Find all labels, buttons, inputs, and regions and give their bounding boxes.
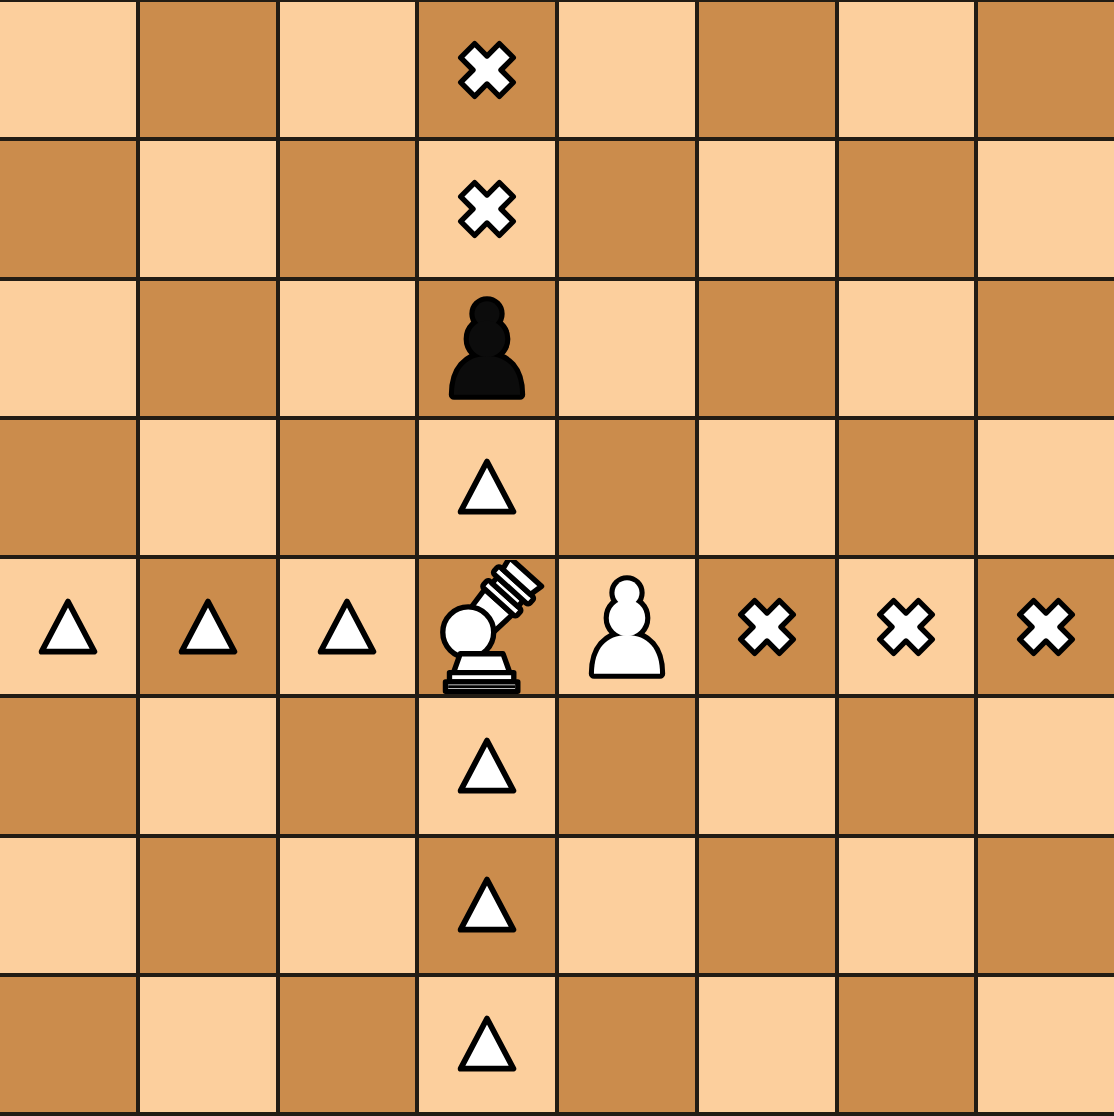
square-e6[interactable] [559,281,695,416]
move-marker-triangle-icon [443,1000,531,1088]
square-h1[interactable] [978,977,1114,1112]
square-b1[interactable] [140,977,276,1112]
square-g8[interactable] [839,2,975,137]
square-c6[interactable] [280,281,416,416]
square-a4[interactable] [0,559,136,694]
square-a5[interactable] [0,420,136,555]
square-d5[interactable] [419,420,555,555]
capture-marker-x-icon [729,589,805,665]
square-f6[interactable] [699,281,835,416]
white-pawn-piece [570,570,684,684]
square-c8[interactable] [280,2,416,137]
square-f5[interactable] [699,420,835,555]
square-d8[interactable] [419,2,555,137]
square-e1[interactable] [559,977,695,1112]
square-h4[interactable] [978,559,1114,694]
square-e3[interactable] [559,698,695,833]
move-marker-triangle-icon [443,443,531,531]
square-h7[interactable] [978,141,1114,276]
move-marker-triangle-icon [164,583,252,671]
move-marker-triangle-icon [24,583,112,671]
square-b8[interactable] [140,2,276,137]
capture-marker-x-icon [868,589,944,665]
square-a8[interactable] [0,2,136,137]
square-d2[interactable] [419,838,555,973]
square-f4[interactable] [699,559,835,694]
square-c2[interactable] [280,838,416,973]
square-b3[interactable] [140,698,276,833]
square-f3[interactable] [699,698,835,833]
square-g2[interactable] [839,838,975,973]
square-f7[interactable] [699,141,835,276]
square-h2[interactable] [978,838,1114,973]
square-d4[interactable] [419,559,555,694]
square-g6[interactable] [839,281,975,416]
square-c3[interactable] [280,698,416,833]
square-h6[interactable] [978,281,1114,416]
capture-marker-x-icon [449,32,525,108]
square-g3[interactable] [839,698,975,833]
capture-marker-x-icon [1008,589,1084,665]
square-a2[interactable] [0,838,136,973]
square-g1[interactable] [839,977,975,1112]
square-e2[interactable] [559,838,695,973]
square-a6[interactable] [0,281,136,416]
square-e8[interactable] [559,2,695,137]
square-g7[interactable] [839,141,975,276]
square-b6[interactable] [140,281,276,416]
square-f1[interactable] [699,977,835,1112]
black-pawn-piece [430,291,544,405]
square-h8[interactable] [978,2,1114,137]
square-c7[interactable] [280,141,416,276]
square-b7[interactable] [140,141,276,276]
square-d3[interactable] [419,698,555,833]
move-marker-triangle-icon [443,722,531,810]
square-g4[interactable] [839,559,975,694]
square-g5[interactable] [839,420,975,555]
white-cannon-piece [420,560,554,694]
square-a3[interactable] [0,698,136,833]
square-c5[interactable] [280,420,416,555]
square-e5[interactable] [559,420,695,555]
square-e4[interactable] [559,559,695,694]
move-marker-triangle-icon [303,583,391,671]
square-b2[interactable] [140,838,276,973]
square-c4[interactable] [280,559,416,694]
chess-board [0,0,1114,1116]
capture-marker-x-icon [449,171,525,247]
move-marker-triangle-icon [443,861,531,949]
square-b4[interactable] [140,559,276,694]
square-h3[interactable] [978,698,1114,833]
square-a7[interactable] [0,141,136,276]
square-f2[interactable] [699,838,835,973]
square-d1[interactable] [419,977,555,1112]
square-c1[interactable] [280,977,416,1112]
square-b5[interactable] [140,420,276,555]
square-d7[interactable] [419,141,555,276]
square-f8[interactable] [699,2,835,137]
square-d6[interactable] [419,281,555,416]
square-h5[interactable] [978,420,1114,555]
square-a1[interactable] [0,977,136,1112]
square-e7[interactable] [559,141,695,276]
